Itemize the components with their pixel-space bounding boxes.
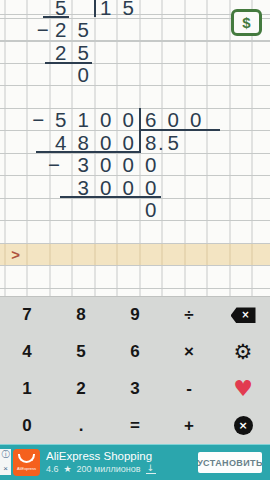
key--[interactable]: - xyxy=(162,371,216,408)
division-digit: 1 xyxy=(95,0,118,18)
ad-rating: 4.6 xyxy=(46,464,59,474)
install-button[interactable]: УСТАНОВИТЬ xyxy=(198,452,262,473)
key-0[interactable]: 0 xyxy=(0,407,54,444)
division-digit: 3 xyxy=(72,176,95,199)
key-2[interactable]: 2 xyxy=(54,371,108,408)
division-digit: 5 xyxy=(72,18,95,41)
ad-banner[interactable]: ⓘ × AliExpress AliExpress Shopping 4.6 ★… xyxy=(0,444,270,480)
division-digit: 0 xyxy=(95,131,118,154)
division-underline xyxy=(45,62,92,64)
division-digit: 2 xyxy=(50,18,73,41)
key-6[interactable]: 6 xyxy=(108,334,162,371)
ad-info-icon[interactable]: ⓘ xyxy=(2,451,10,459)
download-icon: ↓ xyxy=(146,464,156,474)
division-underline xyxy=(43,16,69,18)
key-favorite[interactable]: ♥ xyxy=(216,371,270,408)
division-divisor-bar xyxy=(94,0,96,17)
key-5[interactable]: 5 xyxy=(54,334,108,371)
division-digit: − xyxy=(27,108,50,131)
close-icon: × xyxy=(234,416,253,435)
division-digit: 0 xyxy=(185,108,208,131)
settings-icon: ⚙ xyxy=(234,342,253,363)
key-backspace[interactable]: × xyxy=(216,297,270,334)
division-digit: 5 xyxy=(162,131,185,154)
division-digit: 0 xyxy=(140,176,163,199)
division-digit: 0 xyxy=(140,153,163,176)
ad-installs: 200 миллионов xyxy=(77,464,141,474)
key-.[interactable]: . xyxy=(54,407,108,444)
aliexpress-icon-label: AliExpress xyxy=(13,467,40,471)
key-settings[interactable]: ⚙ xyxy=(216,334,270,371)
division-digit: 0 xyxy=(162,108,185,131)
key-4[interactable]: 4 xyxy=(0,334,54,371)
dollar-icon: $ xyxy=(242,14,250,31)
key-=[interactable]: = xyxy=(108,407,162,444)
favorite-icon-glyph: ♥ xyxy=(233,378,253,400)
division-digit: 6 xyxy=(140,108,163,131)
ad-close-icon[interactable]: × xyxy=(3,465,8,473)
division-digit: 4 xyxy=(50,131,73,154)
division-digit: 5 xyxy=(72,41,95,64)
favorite-icon: ♥ xyxy=(233,378,253,400)
key-close[interactable]: × xyxy=(216,407,270,444)
division-digit: 0 xyxy=(140,198,163,221)
key-3[interactable]: 3 xyxy=(108,371,162,408)
division-digit: 0 xyxy=(72,63,95,86)
division-digit: 0 xyxy=(117,153,140,176)
key-9[interactable]: 9 xyxy=(108,297,162,334)
division-digit: 0 xyxy=(95,153,118,176)
division-digit: 5 xyxy=(50,108,73,131)
division-digit: 1 xyxy=(72,108,95,131)
key-×[interactable]: × xyxy=(162,334,216,371)
key-+[interactable]: + xyxy=(162,407,216,444)
input-prompt: > xyxy=(5,244,28,266)
ad-info-tab: ⓘ × xyxy=(0,449,11,475)
division-digit: 2 xyxy=(50,41,73,64)
division-underline xyxy=(140,129,220,131)
worksheet: > $ 515−25250−510060048008.5−300030000 xyxy=(0,0,270,296)
division-underline xyxy=(36,151,140,153)
app-screen: > $ 515−25250−510060048008.5−300030000 7… xyxy=(0,0,270,480)
input-highlight-row[interactable]: > xyxy=(0,244,270,266)
settings-icon-glyph: ⚙ xyxy=(234,342,253,363)
backspace-icon-glyph: × xyxy=(241,310,249,320)
key-7[interactable]: 7 xyxy=(0,297,54,334)
aliexpress-app-icon[interactable]: AliExpress xyxy=(13,449,40,476)
donate-button[interactable]: $ xyxy=(231,9,262,36)
division-digit: 0 xyxy=(117,176,140,199)
key-÷[interactable]: ÷ xyxy=(162,297,216,334)
division-digit: 3 xyxy=(72,153,95,176)
star-icon: ★ xyxy=(64,464,72,474)
ad-sub-line: 4.6 ★ 200 миллионов ↓ xyxy=(46,464,156,474)
division-digit: − xyxy=(43,153,66,176)
backspace-icon: × xyxy=(231,307,256,323)
division-digit: 0 xyxy=(95,176,118,199)
keypad: 789÷×456×⚙123-♥0.=+× xyxy=(0,296,270,444)
division-digit: 0 xyxy=(95,108,118,131)
division-digit: 5 xyxy=(117,0,140,18)
ad-app-name: AliExpress Shopping xyxy=(46,450,152,462)
key-1[interactable]: 1 xyxy=(0,371,54,408)
division-underline xyxy=(60,196,161,198)
aliexpress-smile-icon xyxy=(18,454,35,463)
division-digit: 8 xyxy=(72,131,95,154)
division-digit: 0 xyxy=(117,131,140,154)
division-digit: 0 xyxy=(117,108,140,131)
division-divisor-bar xyxy=(139,108,141,153)
key-8[interactable]: 8 xyxy=(54,297,108,334)
close-icon-glyph: × xyxy=(238,420,247,431)
